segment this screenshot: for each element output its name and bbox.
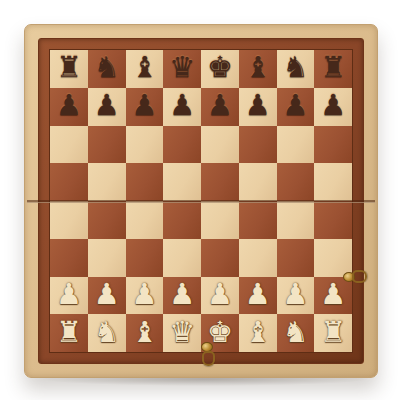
black-pawn: ♟ bbox=[56, 91, 82, 120]
black-queen: ♛ bbox=[169, 53, 195, 82]
black-bishop: ♝ bbox=[245, 53, 271, 82]
white-bishop: ♝ bbox=[131, 318, 157, 347]
white-pawn: ♟ bbox=[245, 280, 271, 309]
square-d8[interactable]: ♛ bbox=[163, 50, 201, 88]
square-a5[interactable] bbox=[50, 163, 88, 201]
square-b5[interactable] bbox=[88, 163, 126, 201]
square-c6[interactable] bbox=[126, 126, 164, 164]
white-queen: ♛ bbox=[169, 318, 195, 347]
square-a7[interactable]: ♟ bbox=[50, 88, 88, 126]
front-latch-icon bbox=[201, 342, 215, 366]
black-bishop: ♝ bbox=[131, 53, 157, 82]
wooden-board-box: ♜♞♝♛♚♝♞♜♟♟♟♟♟♟♟♟♟♟♟♟♟♟♟♟♜♞♝♛♚♝♞♜ bbox=[24, 24, 378, 378]
black-pawn: ♟ bbox=[245, 91, 271, 120]
square-h5[interactable] bbox=[314, 163, 352, 201]
square-f7[interactable]: ♟ bbox=[239, 88, 277, 126]
square-f6[interactable] bbox=[239, 126, 277, 164]
square-f3[interactable] bbox=[239, 239, 277, 277]
black-pawn: ♟ bbox=[131, 91, 157, 120]
square-a4[interactable] bbox=[50, 201, 88, 239]
white-pawn: ♟ bbox=[131, 280, 157, 309]
front-latch-ring-icon bbox=[202, 351, 215, 366]
square-e6[interactable] bbox=[201, 126, 239, 164]
white-rook: ♜ bbox=[320, 318, 346, 347]
square-g6[interactable] bbox=[277, 126, 315, 164]
square-b8[interactable]: ♞ bbox=[88, 50, 126, 88]
square-d2[interactable]: ♟ bbox=[163, 277, 201, 315]
black-pawn: ♟ bbox=[207, 91, 233, 120]
square-h6[interactable] bbox=[314, 126, 352, 164]
white-pawn: ♟ bbox=[207, 280, 233, 309]
square-g8[interactable]: ♞ bbox=[277, 50, 315, 88]
square-c1[interactable]: ♝ bbox=[126, 314, 164, 352]
white-pawn: ♟ bbox=[56, 280, 82, 309]
square-a8[interactable]: ♜ bbox=[50, 50, 88, 88]
square-a1[interactable]: ♜ bbox=[50, 314, 88, 352]
square-a2[interactable]: ♟ bbox=[50, 277, 88, 315]
square-b4[interactable] bbox=[88, 201, 126, 239]
square-b7[interactable]: ♟ bbox=[88, 88, 126, 126]
white-knight: ♞ bbox=[94, 318, 120, 347]
black-pawn: ♟ bbox=[282, 91, 308, 120]
square-d7[interactable]: ♟ bbox=[163, 88, 201, 126]
black-king: ♚ bbox=[207, 53, 233, 82]
square-g7[interactable]: ♟ bbox=[277, 88, 315, 126]
square-e4[interactable] bbox=[201, 201, 239, 239]
square-a3[interactable] bbox=[50, 239, 88, 277]
square-b6[interactable] bbox=[88, 126, 126, 164]
square-f2[interactable]: ♟ bbox=[239, 277, 277, 315]
white-pawn: ♟ bbox=[320, 280, 346, 309]
square-d1[interactable]: ♛ bbox=[163, 314, 201, 352]
right-latch-ring-icon bbox=[352, 270, 367, 283]
square-h7[interactable]: ♟ bbox=[314, 88, 352, 126]
square-d4[interactable] bbox=[163, 201, 201, 239]
square-f5[interactable] bbox=[239, 163, 277, 201]
square-e2[interactable]: ♟ bbox=[201, 277, 239, 315]
square-c3[interactable] bbox=[126, 239, 164, 277]
square-f1[interactable]: ♝ bbox=[239, 314, 277, 352]
white-pawn: ♟ bbox=[282, 280, 308, 309]
white-pawn: ♟ bbox=[94, 280, 120, 309]
square-c4[interactable] bbox=[126, 201, 164, 239]
square-h8[interactable]: ♜ bbox=[314, 50, 352, 88]
white-rook: ♜ bbox=[56, 318, 82, 347]
square-h1[interactable]: ♜ bbox=[314, 314, 352, 352]
square-g4[interactable] bbox=[277, 201, 315, 239]
square-d6[interactable] bbox=[163, 126, 201, 164]
square-g1[interactable]: ♞ bbox=[277, 314, 315, 352]
square-h4[interactable] bbox=[314, 201, 352, 239]
square-g3[interactable] bbox=[277, 239, 315, 277]
right-latch-icon bbox=[343, 269, 366, 284]
square-e7[interactable]: ♟ bbox=[201, 88, 239, 126]
white-knight: ♞ bbox=[282, 318, 308, 347]
square-a6[interactable] bbox=[50, 126, 88, 164]
square-b3[interactable] bbox=[88, 239, 126, 277]
square-c7[interactable]: ♟ bbox=[126, 88, 164, 126]
black-knight: ♞ bbox=[94, 53, 120, 82]
white-pawn: ♟ bbox=[169, 280, 195, 309]
black-rook: ♜ bbox=[320, 53, 346, 82]
square-g2[interactable]: ♟ bbox=[277, 277, 315, 315]
black-pawn: ♟ bbox=[94, 91, 120, 120]
square-e8[interactable]: ♚ bbox=[201, 50, 239, 88]
square-f8[interactable]: ♝ bbox=[239, 50, 277, 88]
square-d3[interactable] bbox=[163, 239, 201, 277]
black-pawn: ♟ bbox=[169, 91, 195, 120]
square-g5[interactable] bbox=[277, 163, 315, 201]
chess-board: ♜♞♝♛♚♝♞♜♟♟♟♟♟♟♟♟♟♟♟♟♟♟♟♟♜♞♝♛♚♝♞♜ bbox=[49, 49, 353, 353]
square-b1[interactable]: ♞ bbox=[88, 314, 126, 352]
square-c2[interactable]: ♟ bbox=[126, 277, 164, 315]
square-b2[interactable]: ♟ bbox=[88, 277, 126, 315]
square-c5[interactable] bbox=[126, 163, 164, 201]
black-rook: ♜ bbox=[56, 53, 82, 82]
white-bishop: ♝ bbox=[245, 318, 271, 347]
square-c8[interactable]: ♝ bbox=[126, 50, 164, 88]
square-e3[interactable] bbox=[201, 239, 239, 277]
square-d5[interactable] bbox=[163, 163, 201, 201]
square-f4[interactable] bbox=[239, 201, 277, 239]
black-pawn: ♟ bbox=[320, 91, 346, 120]
square-e5[interactable] bbox=[201, 163, 239, 201]
product-photo-scene: ♜♞♝♛♚♝♞♜♟♟♟♟♟♟♟♟♟♟♟♟♟♟♟♟♜♞♝♛♚♝♞♜ bbox=[0, 0, 400, 400]
black-knight: ♞ bbox=[282, 53, 308, 82]
